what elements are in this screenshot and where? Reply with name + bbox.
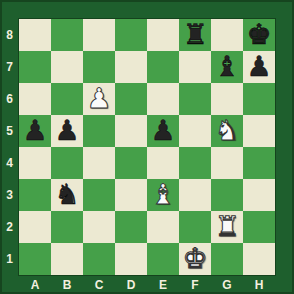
file-label-a: A: [19, 275, 51, 294]
piece-black-pawn[interactable]: ♟: [246, 51, 271, 83]
square-c2[interactable]: [83, 211, 115, 243]
square-d6[interactable]: [115, 83, 147, 115]
piece-white-rook[interactable]: ♜: [214, 211, 239, 243]
square-b4[interactable]: [51, 147, 83, 179]
chess-board-frame: 8 7 6 5 4 3 2 1 ♜♚♝♟♟♟♟♟♞♞♝♜♚ A B C D E …: [0, 0, 294, 294]
piece-white-knight[interactable]: ♞: [214, 115, 239, 147]
square-b5[interactable]: ♟: [51, 115, 83, 147]
square-g1[interactable]: [211, 243, 243, 275]
square-a6[interactable]: [19, 83, 51, 115]
square-e2[interactable]: [147, 211, 179, 243]
rank-label-1: 1: [0, 243, 19, 275]
rank-label-4: 4: [0, 147, 19, 179]
square-f1[interactable]: ♚: [179, 243, 211, 275]
rank-label-3: 3: [0, 179, 19, 211]
square-g7[interactable]: ♝: [211, 51, 243, 83]
square-d1[interactable]: [115, 243, 147, 275]
rank-label-5: 5: [0, 115, 19, 147]
square-d8[interactable]: [115, 19, 147, 51]
square-g5[interactable]: ♞: [211, 115, 243, 147]
piece-white-pawn[interactable]: ♟: [86, 83, 111, 115]
piece-black-pawn[interactable]: ♟: [150, 115, 175, 147]
square-g8[interactable]: [211, 19, 243, 51]
square-h4[interactable]: [243, 147, 275, 179]
square-f2[interactable]: [179, 211, 211, 243]
file-label-b: B: [51, 275, 83, 294]
piece-black-pawn[interactable]: ♟: [54, 115, 79, 147]
square-e7[interactable]: [147, 51, 179, 83]
square-h6[interactable]: [243, 83, 275, 115]
square-a5[interactable]: ♟: [19, 115, 51, 147]
piece-black-king[interactable]: ♚: [246, 19, 271, 51]
square-d3[interactable]: [115, 179, 147, 211]
file-label-c: C: [83, 275, 115, 294]
square-h5[interactable]: [243, 115, 275, 147]
square-f6[interactable]: [179, 83, 211, 115]
square-g2[interactable]: ♜: [211, 211, 243, 243]
square-c5[interactable]: [83, 115, 115, 147]
square-f8[interactable]: ♜: [179, 19, 211, 51]
piece-white-king[interactable]: ♚: [182, 243, 207, 275]
square-c3[interactable]: [83, 179, 115, 211]
square-h1[interactable]: [243, 243, 275, 275]
square-c8[interactable]: [83, 19, 115, 51]
piece-black-rook[interactable]: ♜: [182, 19, 207, 51]
square-e6[interactable]: [147, 83, 179, 115]
square-e8[interactable]: [147, 19, 179, 51]
square-c4[interactable]: [83, 147, 115, 179]
piece-white-bishop[interactable]: ♝: [150, 179, 175, 211]
file-label-g: G: [211, 275, 243, 294]
square-h2[interactable]: [243, 211, 275, 243]
rank-label-7: 7: [0, 51, 19, 83]
rank-label-6: 6: [0, 83, 19, 115]
square-b6[interactable]: [51, 83, 83, 115]
piece-black-bishop[interactable]: ♝: [214, 51, 239, 83]
rank-label-2: 2: [0, 211, 19, 243]
square-e3[interactable]: ♝: [147, 179, 179, 211]
rank-labels: 8 7 6 5 4 3 2 1: [0, 19, 19, 275]
square-e4[interactable]: [147, 147, 179, 179]
square-d7[interactable]: [115, 51, 147, 83]
square-f5[interactable]: [179, 115, 211, 147]
square-a1[interactable]: [19, 243, 51, 275]
square-e5[interactable]: ♟: [147, 115, 179, 147]
square-f7[interactable]: [179, 51, 211, 83]
piece-black-knight[interactable]: ♞: [54, 179, 79, 211]
square-g4[interactable]: [211, 147, 243, 179]
square-h3[interactable]: [243, 179, 275, 211]
square-a8[interactable]: [19, 19, 51, 51]
square-a3[interactable]: [19, 179, 51, 211]
square-g3[interactable]: [211, 179, 243, 211]
square-b7[interactable]: [51, 51, 83, 83]
square-h8[interactable]: ♚: [243, 19, 275, 51]
square-b1[interactable]: [51, 243, 83, 275]
square-h7[interactable]: ♟: [243, 51, 275, 83]
square-d5[interactable]: [115, 115, 147, 147]
square-b8[interactable]: [51, 19, 83, 51]
file-label-f: F: [179, 275, 211, 294]
square-a2[interactable]: [19, 211, 51, 243]
chess-board: ♜♚♝♟♟♟♟♟♞♞♝♜♚: [19, 19, 275, 275]
file-label-h: H: [243, 275, 275, 294]
square-f3[interactable]: [179, 179, 211, 211]
square-d2[interactable]: [115, 211, 147, 243]
square-a4[interactable]: [19, 147, 51, 179]
file-label-d: D: [115, 275, 147, 294]
square-c7[interactable]: [83, 51, 115, 83]
rank-label-8: 8: [0, 19, 19, 51]
square-f4[interactable]: [179, 147, 211, 179]
piece-black-pawn[interactable]: ♟: [22, 115, 47, 147]
file-label-e: E: [147, 275, 179, 294]
square-a7[interactable]: [19, 51, 51, 83]
square-c1[interactable]: [83, 243, 115, 275]
square-e1[interactable]: [147, 243, 179, 275]
file-labels: A B C D E F G H: [19, 275, 275, 294]
square-b2[interactable]: [51, 211, 83, 243]
square-d4[interactable]: [115, 147, 147, 179]
square-b3[interactable]: ♞: [51, 179, 83, 211]
square-g6[interactable]: [211, 83, 243, 115]
square-c6[interactable]: ♟: [83, 83, 115, 115]
